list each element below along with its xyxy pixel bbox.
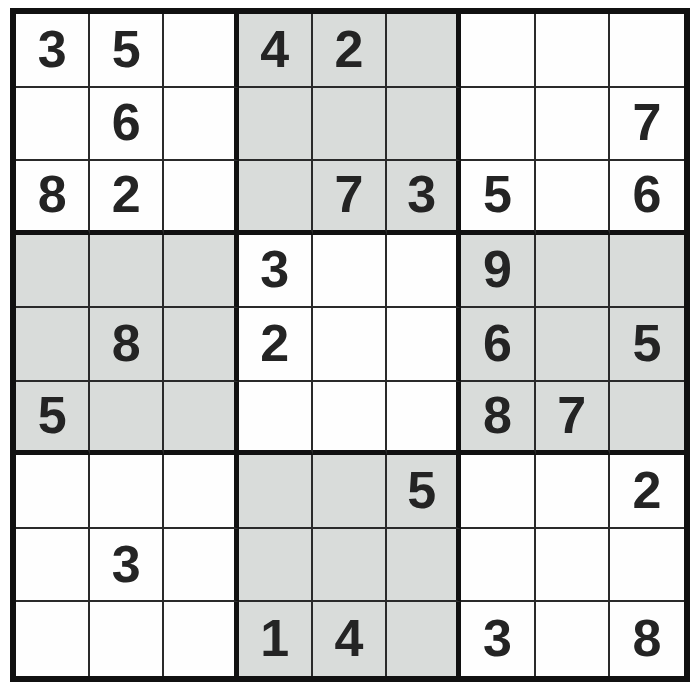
given-digit: 8: [483, 389, 512, 441]
page: 3542678273563982655875231438: [0, 0, 700, 697]
cell-r2c2[interactable]: 6: [90, 88, 164, 162]
given-digit: 8: [632, 612, 661, 664]
cell-r4c7[interactable]: 9: [461, 235, 535, 309]
cell-r5c1[interactable]: [16, 308, 90, 382]
cell-r6c3[interactable]: [164, 382, 238, 456]
cell-r7c9[interactable]: 2: [610, 455, 684, 529]
given-digit: 7: [335, 168, 364, 220]
given-digit: 6: [632, 168, 661, 220]
cell-r9c8[interactable]: [536, 602, 610, 676]
cell-r6c2[interactable]: [90, 382, 164, 456]
cell-r4c1[interactable]: [16, 235, 90, 309]
cell-r4c9[interactable]: [610, 235, 684, 309]
cell-r6c4[interactable]: [239, 382, 313, 456]
cell-r2c7[interactable]: [461, 88, 535, 162]
sudoku-board: 3542678273563982655875231438: [10, 8, 690, 682]
cell-r1c5[interactable]: 2: [313, 14, 387, 88]
cell-r9c2[interactable]: [90, 602, 164, 676]
cell-r3c4[interactable]: [239, 161, 313, 235]
cell-r9c5[interactable]: 4: [313, 602, 387, 676]
given-digit: 3: [260, 243, 289, 295]
given-digit: 6: [483, 317, 512, 369]
given-digit: 9: [483, 243, 512, 295]
cell-r1c9[interactable]: [610, 14, 684, 88]
given-digit: 5: [38, 389, 67, 441]
cell-r7c2[interactable]: [90, 455, 164, 529]
given-digit: 2: [260, 317, 289, 369]
cell-r8c1[interactable]: [16, 529, 90, 603]
cell-r1c4[interactable]: 4: [239, 14, 313, 88]
given-digit: 1: [260, 612, 289, 664]
cell-r6c9[interactable]: [610, 382, 684, 456]
cell-r2c9[interactable]: 7: [610, 88, 684, 162]
given-digit: 7: [632, 96, 661, 148]
given-digit: 3: [483, 612, 512, 664]
cell-r1c1[interactable]: 3: [16, 14, 90, 88]
given-digit: 2: [632, 464, 661, 516]
cell-r9c9[interactable]: 8: [610, 602, 684, 676]
cell-r9c4[interactable]: 1: [239, 602, 313, 676]
cell-r3c3[interactable]: [164, 161, 238, 235]
given-digit: 5: [407, 464, 436, 516]
given-digit: 5: [112, 23, 141, 75]
cell-r5c4[interactable]: 2: [239, 308, 313, 382]
cell-r4c6[interactable]: [387, 235, 461, 309]
cell-r6c6[interactable]: [387, 382, 461, 456]
cell-r5c6[interactable]: [387, 308, 461, 382]
cell-r4c3[interactable]: [164, 235, 238, 309]
cell-r4c8[interactable]: [536, 235, 610, 309]
cell-r9c1[interactable]: [16, 602, 90, 676]
cell-r5c2[interactable]: 8: [90, 308, 164, 382]
given-digit: 4: [335, 612, 364, 664]
given-digit: 7: [557, 389, 586, 441]
cell-r7c5[interactable]: [313, 455, 387, 529]
cell-r8c9[interactable]: [610, 529, 684, 603]
cell-r8c8[interactable]: [536, 529, 610, 603]
cell-r1c7[interactable]: [461, 14, 535, 88]
cell-r2c4[interactable]: [239, 88, 313, 162]
cell-r3c1[interactable]: 8: [16, 161, 90, 235]
cell-r4c4[interactable]: 3: [239, 235, 313, 309]
given-digit: 2: [335, 23, 364, 75]
cell-r1c6[interactable]: [387, 14, 461, 88]
cell-r8c6[interactable]: [387, 529, 461, 603]
cell-r5c9[interactable]: 5: [610, 308, 684, 382]
cell-r2c1[interactable]: [16, 88, 90, 162]
cell-r3c8[interactable]: [536, 161, 610, 235]
cell-r2c6[interactable]: [387, 88, 461, 162]
cell-r3c5[interactable]: 7: [313, 161, 387, 235]
cell-r1c3[interactable]: [164, 14, 238, 88]
cell-r6c1[interactable]: 5: [16, 382, 90, 456]
cell-r5c8[interactable]: [536, 308, 610, 382]
cell-r7c7[interactable]: [461, 455, 535, 529]
cell-r6c8[interactable]: 7: [536, 382, 610, 456]
cell-r5c3[interactable]: [164, 308, 238, 382]
cell-r9c3[interactable]: [164, 602, 238, 676]
given-digit: 3: [38, 23, 67, 75]
cell-r2c8[interactable]: [536, 88, 610, 162]
cell-r7c6[interactable]: 5: [387, 455, 461, 529]
given-digit: 8: [112, 317, 141, 369]
cell-r3c2[interactable]: 2: [90, 161, 164, 235]
cell-r8c2[interactable]: 3: [90, 529, 164, 603]
cell-r8c7[interactable]: [461, 529, 535, 603]
cell-r8c3[interactable]: [164, 529, 238, 603]
given-digit: 3: [112, 538, 141, 590]
cell-r7c4[interactable]: [239, 455, 313, 529]
cell-r7c1[interactable]: [16, 455, 90, 529]
cell-r2c3[interactable]: [164, 88, 238, 162]
cell-r1c2[interactable]: 5: [90, 14, 164, 88]
cell-r1c8[interactable]: [536, 14, 610, 88]
given-digit: 2: [112, 168, 141, 220]
cell-r5c7[interactable]: 6: [461, 308, 535, 382]
given-digit: 4: [260, 23, 289, 75]
cell-r8c4[interactable]: [239, 529, 313, 603]
cell-r4c2[interactable]: [90, 235, 164, 309]
cell-r3c6[interactable]: 3: [387, 161, 461, 235]
given-digit: 8: [38, 168, 67, 220]
cell-r5c5[interactable]: [313, 308, 387, 382]
cell-r7c8[interactable]: [536, 455, 610, 529]
given-digit: 5: [632, 317, 661, 369]
cell-r9c6[interactable]: [387, 602, 461, 676]
cell-r3c9[interactable]: 6: [610, 161, 684, 235]
cell-r9c7[interactable]: 3: [461, 602, 535, 676]
cell-r6c5[interactable]: [313, 382, 387, 456]
cell-r2c5[interactable]: [313, 88, 387, 162]
given-digit: 5: [483, 168, 512, 220]
cell-r6c7[interactable]: 8: [461, 382, 535, 456]
cell-r8c5[interactable]: [313, 529, 387, 603]
given-digit: 6: [112, 96, 141, 148]
given-digit: 3: [407, 168, 436, 220]
cell-r7c3[interactable]: [164, 455, 238, 529]
cell-r4c5[interactable]: [313, 235, 387, 309]
cell-r3c7[interactable]: 5: [461, 161, 535, 235]
